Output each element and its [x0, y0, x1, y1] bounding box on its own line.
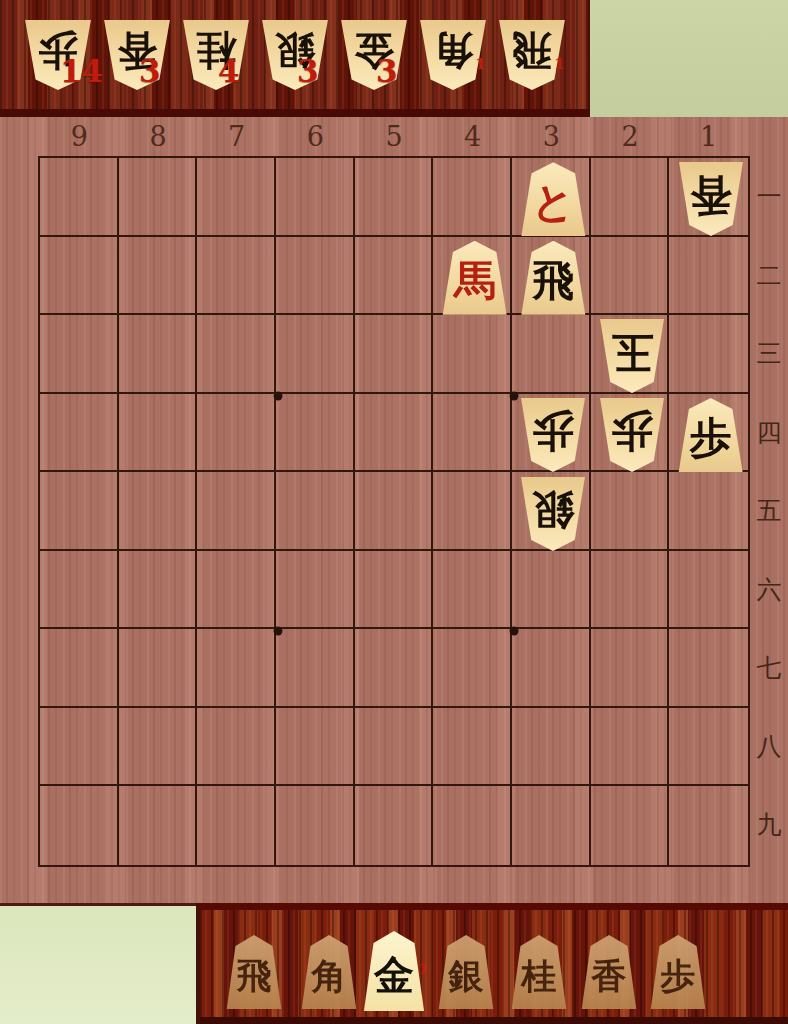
file-label-7: 7: [197, 119, 276, 154]
rank-label-1: 一: [750, 158, 788, 237]
piece-kanji: 歩: [532, 410, 574, 452]
board-cell-6-9[interactable]: [276, 786, 355, 865]
board-cell-4-1[interactable]: [433, 158, 512, 237]
piece-kanji: 銀: [449, 958, 484, 993]
board-cell-1-6[interactable]: [669, 551, 748, 630]
board-cell-6-7[interactable]: [276, 629, 355, 708]
board-cell-9-2[interactable]: [40, 237, 119, 316]
board-cell-5-6[interactable]: [355, 551, 434, 630]
board-cell-6-5[interactable]: [276, 472, 355, 551]
board-cell-6-3[interactable]: [276, 315, 355, 394]
board-cell-7-4[interactable]: [197, 394, 276, 473]
board-cell-2-5[interactable]: [591, 472, 670, 551]
piece-kanji: 飛: [237, 958, 272, 993]
board-cell-7-9[interactable]: [197, 786, 276, 865]
board-cell-6-1[interactable]: [276, 158, 355, 237]
star-point: [274, 627, 283, 636]
rank-label-7: 七: [750, 629, 788, 708]
board-cell-3-6[interactable]: [512, 551, 591, 630]
board-cell-7-6[interactable]: [197, 551, 276, 630]
hand-count-gote-1: 3: [139, 56, 161, 87]
board-cell-8-4[interactable]: [119, 394, 198, 473]
file-label-1: 1: [669, 119, 748, 154]
piece-kanji: 歩: [611, 410, 653, 452]
board-cell-1-9[interactable]: [669, 786, 748, 865]
board-cell-7-5[interactable]: [197, 472, 276, 551]
board-cell-9-6[interactable]: [40, 551, 119, 630]
board-cell-1-5[interactable]: [669, 472, 748, 551]
rank-label-5: 五: [750, 472, 788, 551]
board-cell-9-3[interactable]: [40, 315, 119, 394]
piece-kanji: 歩: [661, 958, 696, 993]
star-point: [274, 391, 283, 400]
board-cell-8-8[interactable]: [119, 708, 198, 787]
board-cell-2-7[interactable]: [591, 629, 670, 708]
hand-piece-sente-0[interactable]: 飛: [225, 935, 283, 1009]
hand-piece-gote-4[interactable]: 金: [339, 20, 409, 90]
piece-kanji: 玉: [611, 332, 653, 374]
piece-kanji: 香: [690, 175, 732, 217]
hand-piece-sente-5[interactable]: 香: [580, 935, 638, 1009]
board-cell-3-9[interactable]: [512, 786, 591, 865]
board-cell-9-8[interactable]: [40, 708, 119, 787]
board-cell-9-9[interactable]: [40, 786, 119, 865]
star-point: [510, 627, 519, 636]
board-cell-4-9[interactable]: [433, 786, 512, 865]
rank-label-9: 九: [750, 786, 788, 865]
piece-kanji: 桂: [522, 958, 557, 993]
board-cell-1-3[interactable]: [669, 315, 748, 394]
piece-kanji: 馬: [454, 260, 496, 302]
piece-kanji: と: [532, 182, 575, 224]
hand-piece-sente-4[interactable]: 桂: [510, 935, 568, 1009]
gote-hand-tray: 歩14香3桂4銀3金3角1飛1: [0, 0, 590, 117]
file-label-8: 8: [119, 119, 198, 154]
board-cell-9-7[interactable]: [40, 629, 119, 708]
rank-label-4: 四: [750, 394, 788, 473]
board-cell-4-5[interactable]: [433, 472, 512, 551]
board-cell-6-4[interactable]: [276, 394, 355, 473]
board-cell-4-6[interactable]: [433, 551, 512, 630]
board-cell-2-6[interactable]: [591, 551, 670, 630]
board-cell-2-9[interactable]: [591, 786, 670, 865]
board-cell-6-6[interactable]: [276, 551, 355, 630]
board-cell-4-3[interactable]: [433, 315, 512, 394]
board-cell-4-4[interactable]: [433, 394, 512, 473]
board-cell-5-9[interactable]: [355, 786, 434, 865]
hand-piece-sente-2-selected[interactable]: 金: [362, 931, 426, 1011]
board-cell-2-1[interactable]: [591, 158, 670, 237]
board-cell-8-3[interactable]: [119, 315, 198, 394]
hand-count-gote-0: 14: [60, 56, 103, 87]
hand-count-gote-3: 3: [297, 56, 319, 87]
piece-kanji: 飛: [532, 260, 574, 302]
hand-count-gote-6: 1: [554, 57, 564, 72]
board-cell-7-3[interactable]: [197, 315, 276, 394]
sente-hand-tray: 飛角金1銀桂香歩: [196, 903, 788, 1024]
file-label-4: 4: [433, 119, 512, 154]
board-panel: 987654321一二三四五六七八九と香馬飛玉歩歩歩銀: [0, 117, 788, 903]
board-cell-6-2[interactable]: [276, 237, 355, 316]
piece-kanji: 角: [433, 32, 473, 72]
board-cell-7-8[interactable]: [197, 708, 276, 787]
board-cell-7-2[interactable]: [197, 237, 276, 316]
board-grid: と香馬飛玉歩歩歩銀: [38, 156, 750, 867]
hand-piece-gote-2[interactable]: 桂: [181, 20, 251, 90]
board-cell-9-4[interactable]: [40, 394, 119, 473]
hand-piece-gote-1[interactable]: 香: [102, 20, 172, 90]
board-cell-4-8[interactable]: [433, 708, 512, 787]
board-cell-8-2[interactable]: [119, 237, 198, 316]
hand-piece-sente-1[interactable]: 角: [300, 935, 358, 1009]
file-label-5: 5: [355, 119, 434, 154]
board-cell-3-8[interactable]: [512, 708, 591, 787]
board-cell-2-2[interactable]: [591, 237, 670, 316]
piece-kanji: 銀: [532, 489, 574, 531]
board-cell-5-1[interactable]: [355, 158, 434, 237]
board-cell-5-4[interactable]: [355, 394, 434, 473]
board-cell-5-3[interactable]: [355, 315, 434, 394]
piece-kanji: 歩: [690, 417, 732, 459]
rank-label-8: 八: [750, 708, 788, 787]
background-bottom-left: [0, 903, 196, 1024]
rank-label-3: 三: [750, 315, 788, 394]
hand-piece-sente-3[interactable]: 銀: [437, 935, 495, 1009]
hand-piece-gote-3[interactable]: 銀: [260, 20, 330, 90]
board-cell-5-2[interactable]: [355, 237, 434, 316]
board-cell-1-2[interactable]: [669, 237, 748, 316]
hand-count-gote-5: 1: [475, 57, 485, 72]
hand-count-sente-2: 1: [418, 962, 428, 977]
board-cell-7-7[interactable]: [197, 629, 276, 708]
piece-kanji: 金: [374, 955, 414, 995]
file-label-2: 2: [591, 119, 670, 154]
rank-label-6: 六: [750, 551, 788, 630]
background-top-right: [590, 0, 788, 117]
board-cell-6-8[interactable]: [276, 708, 355, 787]
hand-piece-sente-6[interactable]: 歩: [649, 935, 707, 1009]
board-cell-5-8[interactable]: [355, 708, 434, 787]
board-cell-7-1[interactable]: [197, 158, 276, 237]
board-cell-8-7[interactable]: [119, 629, 198, 708]
board-cell-3-3[interactable]: [512, 315, 591, 394]
board-cell-8-9[interactable]: [119, 786, 198, 865]
board-cell-9-1[interactable]: [40, 158, 119, 237]
board-cell-4-7[interactable]: [433, 629, 512, 708]
board-cell-1-8[interactable]: [669, 708, 748, 787]
hand-count-gote-2: 4: [218, 56, 240, 87]
board-cell-5-7[interactable]: [355, 629, 434, 708]
board-cell-2-8[interactable]: [591, 708, 670, 787]
board-cell-9-5[interactable]: [40, 472, 119, 551]
board-cell-5-5[interactable]: [355, 472, 434, 551]
piece-kanji: 角: [312, 958, 347, 993]
board-cell-3-7[interactable]: [512, 629, 591, 708]
piece-kanji: 飛: [512, 32, 552, 72]
piece-kanji: 香: [592, 958, 627, 993]
board-cell-8-6[interactable]: [119, 551, 198, 630]
file-label-6: 6: [276, 119, 355, 154]
rank-label-2: 二: [750, 237, 788, 316]
shogi-app-screen: 歩14香3桂4銀3金3角1飛1987654321一二三四五六七八九と香馬飛玉歩歩…: [0, 0, 788, 1024]
board-cell-8-1[interactable]: [119, 158, 198, 237]
hand-count-gote-4: 3: [376, 56, 398, 87]
board-cell-8-5[interactable]: [119, 472, 198, 551]
star-point: [510, 391, 519, 400]
file-label-9: 9: [40, 119, 119, 154]
board-cell-1-7[interactable]: [669, 629, 748, 708]
file-label-3: 3: [512, 119, 591, 154]
